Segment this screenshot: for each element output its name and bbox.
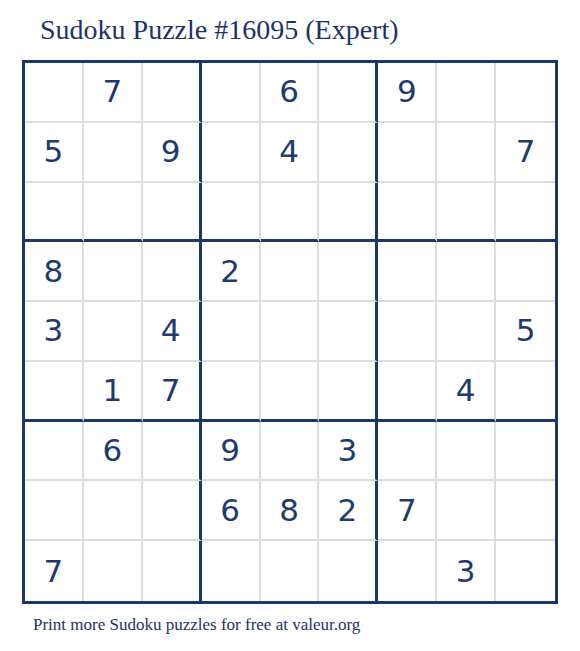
cell-r7c8[interactable] bbox=[437, 422, 496, 482]
cell-r9c8[interactable]: 3 bbox=[437, 541, 496, 601]
cell-r4c7[interactable] bbox=[378, 242, 437, 302]
cell-r2c2[interactable] bbox=[84, 123, 143, 183]
cell-r5c5[interactable] bbox=[261, 302, 320, 362]
page-title: Sudoku Puzzle #16095 (Expert) bbox=[40, 14, 399, 46]
cell-r1c5[interactable]: 6 bbox=[261, 63, 320, 123]
cell-r1c9[interactable] bbox=[496, 63, 555, 123]
cell-r3c1[interactable] bbox=[25, 183, 84, 243]
cell-r4c4[interactable]: 2 bbox=[202, 242, 261, 302]
cell-r5c6[interactable] bbox=[319, 302, 378, 362]
cell-r8c6[interactable]: 2 bbox=[319, 481, 378, 541]
cell-r8c9[interactable] bbox=[496, 481, 555, 541]
cell-r5c9[interactable]: 5 bbox=[496, 302, 555, 362]
cell-r5c1[interactable]: 3 bbox=[25, 302, 84, 362]
cell-r2c1[interactable]: 5 bbox=[25, 123, 84, 183]
cell-r8c8[interactable] bbox=[437, 481, 496, 541]
cell-r7c9[interactable] bbox=[496, 422, 555, 482]
cell-r5c2[interactable] bbox=[84, 302, 143, 362]
cell-r7c7[interactable] bbox=[378, 422, 437, 482]
cell-r7c3[interactable] bbox=[143, 422, 202, 482]
cell-r7c1[interactable] bbox=[25, 422, 84, 482]
cell-r2c5[interactable]: 4 bbox=[261, 123, 320, 183]
cell-r2c3[interactable]: 9 bbox=[143, 123, 202, 183]
cell-r1c8[interactable] bbox=[437, 63, 496, 123]
cell-r4c8[interactable] bbox=[437, 242, 496, 302]
cell-r6c1[interactable] bbox=[25, 362, 84, 422]
cell-r4c2[interactable] bbox=[84, 242, 143, 302]
sudoku-page: Sudoku Puzzle #16095 (Expert) 7695947823… bbox=[0, 0, 580, 651]
cell-r1c6[interactable] bbox=[319, 63, 378, 123]
cell-r8c5[interactable]: 8 bbox=[261, 481, 320, 541]
cell-r3c9[interactable] bbox=[496, 183, 555, 243]
cell-r9c3[interactable] bbox=[143, 541, 202, 601]
cell-r1c1[interactable] bbox=[25, 63, 84, 123]
cell-r8c2[interactable] bbox=[84, 481, 143, 541]
cell-r3c5[interactable] bbox=[261, 183, 320, 243]
cell-r6c8[interactable]: 4 bbox=[437, 362, 496, 422]
cell-r6c5[interactable] bbox=[261, 362, 320, 422]
cell-r6c9[interactable] bbox=[496, 362, 555, 422]
cell-r6c6[interactable] bbox=[319, 362, 378, 422]
cell-r2c4[interactable] bbox=[202, 123, 261, 183]
cell-r1c3[interactable] bbox=[143, 63, 202, 123]
cell-r3c7[interactable] bbox=[378, 183, 437, 243]
cell-r6c7[interactable] bbox=[378, 362, 437, 422]
cell-r7c2[interactable]: 6 bbox=[84, 422, 143, 482]
cell-r8c1[interactable] bbox=[25, 481, 84, 541]
cell-r6c2[interactable]: 1 bbox=[84, 362, 143, 422]
cell-r8c3[interactable] bbox=[143, 481, 202, 541]
cell-r3c4[interactable] bbox=[202, 183, 261, 243]
cell-r8c4[interactable]: 6 bbox=[202, 481, 261, 541]
cell-r9c9[interactable] bbox=[496, 541, 555, 601]
cell-r1c2[interactable]: 7 bbox=[84, 63, 143, 123]
cell-r2c6[interactable] bbox=[319, 123, 378, 183]
cell-r4c9[interactable] bbox=[496, 242, 555, 302]
cell-r9c5[interactable] bbox=[261, 541, 320, 601]
cell-r2c8[interactable] bbox=[437, 123, 496, 183]
cell-r3c6[interactable] bbox=[319, 183, 378, 243]
footer-text: Print more Sudoku puzzles for free at va… bbox=[33, 615, 360, 635]
cell-r9c7[interactable] bbox=[378, 541, 437, 601]
cell-r7c4[interactable]: 9 bbox=[202, 422, 261, 482]
cell-r8c7[interactable]: 7 bbox=[378, 481, 437, 541]
cell-r7c6[interactable]: 3 bbox=[319, 422, 378, 482]
cell-r3c8[interactable] bbox=[437, 183, 496, 243]
cell-r6c3[interactable]: 7 bbox=[143, 362, 202, 422]
cell-r9c4[interactable] bbox=[202, 541, 261, 601]
cell-r9c1[interactable]: 7 bbox=[25, 541, 84, 601]
cell-r2c9[interactable]: 7 bbox=[496, 123, 555, 183]
cell-r3c3[interactable] bbox=[143, 183, 202, 243]
cell-r1c7[interactable]: 9 bbox=[378, 63, 437, 123]
cell-r2c7[interactable] bbox=[378, 123, 437, 183]
cell-r6c4[interactable] bbox=[202, 362, 261, 422]
cell-r5c4[interactable] bbox=[202, 302, 261, 362]
cell-r3c2[interactable] bbox=[84, 183, 143, 243]
sudoku-grid: 769594782345174693682773 bbox=[22, 60, 558, 604]
cell-r4c6[interactable] bbox=[319, 242, 378, 302]
cell-r4c3[interactable] bbox=[143, 242, 202, 302]
cell-r9c6[interactable] bbox=[319, 541, 378, 601]
cell-r1c4[interactable] bbox=[202, 63, 261, 123]
cell-r7c5[interactable] bbox=[261, 422, 320, 482]
cell-r4c1[interactable]: 8 bbox=[25, 242, 84, 302]
cell-r5c7[interactable] bbox=[378, 302, 437, 362]
cell-r5c3[interactable]: 4 bbox=[143, 302, 202, 362]
cell-r5c8[interactable] bbox=[437, 302, 496, 362]
cell-r4c5[interactable] bbox=[261, 242, 320, 302]
cell-r9c2[interactable] bbox=[84, 541, 143, 601]
